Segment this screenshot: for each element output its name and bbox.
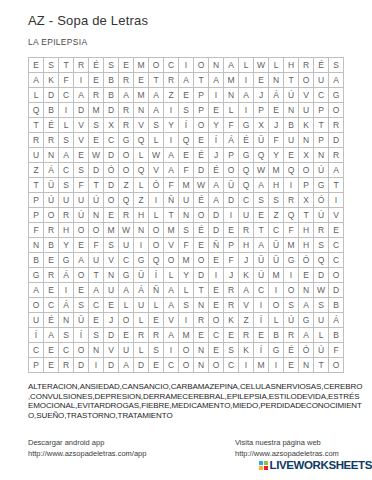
grid-cell[interactable]: O (74, 223, 89, 238)
grid-cell[interactable]: O (119, 163, 134, 178)
grid-cell[interactable]: O (269, 298, 284, 313)
grid-cell[interactable]: Q (284, 163, 299, 178)
grid-cell[interactable]: L (269, 58, 284, 73)
grid-cell[interactable]: S (89, 118, 104, 133)
grid-cell[interactable]: W (119, 223, 134, 238)
grid-cell[interactable]: F (284, 223, 299, 238)
grid-cell[interactable]: U (89, 253, 104, 268)
grid-cell[interactable]: E (44, 283, 59, 298)
grid-cell[interactable]: K (239, 343, 254, 358)
grid-cell[interactable]: O (194, 208, 209, 223)
grid-cell[interactable]: L (164, 268, 179, 283)
grid-cell[interactable]: O (149, 238, 164, 253)
grid-cell[interactable]: R (119, 208, 134, 223)
grid-cell[interactable]: F (224, 253, 239, 268)
grid-cell[interactable]: T (194, 73, 209, 88)
grid-cell[interactable]: H (299, 238, 314, 253)
grid-cell[interactable]: R (44, 223, 59, 238)
grid-cell[interactable]: T (164, 208, 179, 223)
grid-cell[interactable]: S (314, 298, 329, 313)
grid-cell[interactable]: S (329, 58, 344, 73)
grid-cell[interactable]: S (179, 223, 194, 238)
grid-cell[interactable]: I (284, 178, 299, 193)
grid-cell[interactable]: B (104, 88, 119, 103)
grid-cell[interactable]: E (44, 253, 59, 268)
grid-cell[interactable]: J (104, 313, 119, 328)
grid-cell[interactable]: Z (134, 193, 149, 208)
grid-cell[interactable]: C (104, 133, 119, 148)
grid-cell[interactable]: Ü (254, 253, 269, 268)
grid-cell[interactable]: I (134, 238, 149, 253)
grid-cell[interactable]: P (254, 103, 269, 118)
liveworksheets-logo[interactable]: LIVEWORKSHEETS (259, 458, 372, 472)
grid-cell[interactable]: N (314, 148, 329, 163)
grid-cell[interactable]: R (284, 193, 299, 208)
grid-cell[interactable]: O (179, 343, 194, 358)
grid-cell[interactable]: A (209, 193, 224, 208)
grid-cell[interactable]: B (269, 328, 284, 343)
grid-cell[interactable]: O (74, 343, 89, 358)
grid-cell[interactable]: S (149, 343, 164, 358)
grid-cell[interactable]: M (89, 103, 104, 118)
grid-cell[interactable]: I (239, 103, 254, 118)
grid-cell[interactable]: D (104, 148, 119, 163)
grid-cell[interactable]: A (209, 73, 224, 88)
grid-cell[interactable]: M (224, 73, 239, 88)
grid-cell[interactable]: Á (224, 133, 239, 148)
grid-cell[interactable]: E (209, 253, 224, 268)
grid-cell[interactable]: L (224, 103, 239, 118)
grid-cell[interactable]: Q (239, 178, 254, 193)
grid-cell[interactable]: T (89, 178, 104, 193)
grid-cell[interactable]: Y (59, 238, 74, 253)
grid-cell[interactable]: D (209, 208, 224, 223)
grid-cell[interactable]: T (254, 223, 269, 238)
grid-cell[interactable]: C (224, 358, 239, 373)
grid-cell[interactable]: C (239, 193, 254, 208)
grid-cell[interactable]: R (59, 208, 74, 223)
grid-cell[interactable]: Ú (284, 88, 299, 103)
grid-cell[interactable]: F (224, 118, 239, 133)
grid-cell[interactable]: O (194, 253, 209, 268)
grid-cell[interactable]: U (59, 193, 74, 208)
grid-cell[interactable]: S (74, 298, 89, 313)
grid-cell[interactable]: M (284, 238, 299, 253)
grid-cell[interactable]: A (164, 328, 179, 343)
grid-cell[interactable]: E (224, 328, 239, 343)
grid-cell[interactable]: N (104, 268, 119, 283)
grid-cell[interactable]: V (299, 88, 314, 103)
grid-cell[interactable]: C (29, 343, 44, 358)
grid-cell[interactable]: J (254, 88, 269, 103)
grid-cell[interactable]: M (164, 223, 179, 238)
grid-cell[interactable]: V (104, 343, 119, 358)
grid-cell[interactable]: I (269, 283, 284, 298)
grid-cell[interactable]: H (239, 238, 254, 253)
grid-cell[interactable]: E (194, 133, 209, 148)
grid-cell[interactable]: S (44, 58, 59, 73)
grid-cell[interactable]: U (284, 133, 299, 148)
grid-cell[interactable]: R (224, 283, 239, 298)
grid-cell[interactable]: D (209, 223, 224, 238)
grid-cell[interactable]: B (29, 253, 44, 268)
grid-cell[interactable]: Ú (254, 268, 269, 283)
grid-cell[interactable]: G (269, 343, 284, 358)
grid-cell[interactable]: E (89, 73, 104, 88)
grid-cell[interactable]: Ü (44, 178, 59, 193)
grid-cell[interactable]: F (179, 163, 194, 178)
grid-cell[interactable]: Ñ (164, 193, 179, 208)
grid-cell[interactable]: O (329, 103, 344, 118)
grid-cell[interactable]: T (89, 268, 104, 283)
grid-cell[interactable]: E (149, 313, 164, 328)
grid-cell[interactable]: N (194, 358, 209, 373)
grid-cell[interactable]: T (29, 118, 44, 133)
grid-cell[interactable]: T (314, 118, 329, 133)
grid-cell[interactable]: X (254, 118, 269, 133)
grid-cell[interactable]: D (329, 283, 344, 298)
grid-cell[interactable]: L (149, 133, 164, 148)
grid-cell[interactable]: V (74, 118, 89, 133)
grid-cell[interactable]: C (314, 88, 329, 103)
grid-cell[interactable]: Z (239, 313, 254, 328)
grid-cell[interactable]: S (59, 328, 74, 343)
grid-cell[interactable]: A (119, 283, 134, 298)
grid-cell[interactable]: U (29, 148, 44, 163)
grid-cell[interactable]: N (29, 238, 44, 253)
grid-cell[interactable]: A (299, 298, 314, 313)
grid-cell[interactable]: R (29, 133, 44, 148)
grid-cell[interactable]: E (224, 223, 239, 238)
grid-cell[interactable]: Í (149, 268, 164, 283)
grid-cell[interactable]: Ó (314, 193, 329, 208)
grid-cell[interactable]: L (134, 313, 149, 328)
grid-cell[interactable]: E (209, 343, 224, 358)
grid-cell[interactable]: D (74, 358, 89, 373)
grid-cell[interactable]: D (194, 163, 209, 178)
grid-cell[interactable]: F (59, 73, 74, 88)
grid-cell[interactable]: A (119, 358, 134, 373)
grid-cell[interactable]: F (179, 238, 194, 253)
grid-cell[interactable]: Ü (224, 178, 239, 193)
grid-cell[interactable]: S (74, 163, 89, 178)
grid-cell[interactable]: O (299, 73, 314, 88)
grid-cell[interactable]: A (74, 88, 89, 103)
grid-cell[interactable]: N (134, 223, 149, 238)
grid-cell[interactable]: G (284, 253, 299, 268)
grid-cell[interactable]: M (134, 58, 149, 73)
grid-cell[interactable]: Q (179, 133, 194, 148)
grid-cell[interactable]: L (134, 178, 149, 193)
grid-cell[interactable]: G (314, 178, 329, 193)
grid-cell[interactable]: O (29, 298, 44, 313)
grid-cell[interactable]: I (164, 343, 179, 358)
grid-cell[interactable]: P (314, 103, 329, 118)
grid-cell[interactable]: O (44, 208, 59, 223)
grid-cell[interactable]: D (104, 178, 119, 193)
grid-cell[interactable]: Q (239, 163, 254, 178)
grid-cell[interactable]: E (179, 148, 194, 163)
grid-cell[interactable]: L (179, 283, 194, 298)
grid-cell[interactable]: A (164, 148, 179, 163)
grid-cell[interactable]: A (239, 88, 254, 103)
grid-cell[interactable]: E (254, 208, 269, 223)
grid-cell[interactable]: E (284, 148, 299, 163)
grid-cell[interactable]: E (179, 88, 194, 103)
grid-cell[interactable]: É (209, 163, 224, 178)
grid-cell[interactable]: T (59, 58, 74, 73)
grid-cell[interactable]: Ú (74, 208, 89, 223)
grid-cell[interactable]: V (149, 163, 164, 178)
grid-cell[interactable]: D (194, 268, 209, 283)
grid-cell[interactable]: R (299, 58, 314, 73)
grid-cell[interactable]: M (179, 253, 194, 268)
grid-cell[interactable]: T (194, 283, 209, 298)
grid-cell[interactable]: R (314, 223, 329, 238)
grid-cell[interactable]: A (89, 283, 104, 298)
grid-cell[interactable]: C (254, 283, 269, 298)
grid-cell[interactable]: O (104, 193, 119, 208)
grid-cell[interactable]: U (104, 283, 119, 298)
grid-cell[interactable]: L (29, 88, 44, 103)
grid-cell[interactable]: Á (269, 88, 284, 103)
grid-cell[interactable]: O (194, 58, 209, 73)
grid-cell[interactable]: Í (179, 118, 194, 133)
grid-cell[interactable]: M (179, 328, 194, 343)
grid-cell[interactable]: R (194, 313, 209, 328)
grid-cell[interactable]: Ó (104, 163, 119, 178)
grid-cell[interactable]: N (224, 88, 239, 103)
grid-cell[interactable]: E (29, 58, 44, 73)
grid-cell[interactable]: C (119, 253, 134, 268)
grid-cell[interactable]: I (239, 73, 254, 88)
grid-cell[interactable]: I (224, 208, 239, 223)
grid-cell[interactable]: N (44, 148, 59, 163)
grid-cell[interactable]: E (104, 208, 119, 223)
grid-cell[interactable]: A (44, 328, 59, 343)
grid-cell[interactable]: D (314, 268, 329, 283)
grid-cell[interactable]: Ü (254, 133, 269, 148)
grid-cell[interactable]: D (329, 133, 344, 148)
grid-cell[interactable]: E (254, 73, 269, 88)
grid-cell[interactable]: Í (209, 133, 224, 148)
grid-cell[interactable]: C (329, 238, 344, 253)
grid-cell[interactable]: O (299, 163, 314, 178)
grid-cell[interactable]: Ú (44, 193, 59, 208)
grid-cell[interactable]: G (134, 253, 149, 268)
grid-cell[interactable]: E (329, 223, 344, 238)
grid-cell[interactable]: R (284, 328, 299, 343)
grid-cell[interactable]: W (194, 178, 209, 193)
grid-cell[interactable]: E (209, 283, 224, 298)
app-url-link[interactable]: http://www.azsopadeletras.com/app (28, 448, 146, 459)
grid-cell[interactable]: Í (254, 313, 269, 328)
grid-cell[interactable]: K (239, 268, 254, 283)
grid-cell[interactable]: Í (29, 328, 44, 343)
grid-cell[interactable]: L (59, 118, 74, 133)
grid-cell[interactable]: R (119, 73, 134, 88)
grid-cell[interactable]: X (299, 193, 314, 208)
grid-cell[interactable]: E (299, 268, 314, 283)
grid-cell[interactable]: W (314, 283, 329, 298)
grid-cell[interactable]: O (119, 148, 134, 163)
grid-cell[interactable]: C (89, 298, 104, 313)
grid-cell[interactable]: R (134, 328, 149, 343)
grid-cell[interactable]: I (239, 358, 254, 373)
grid-cell[interactable]: I (164, 103, 179, 118)
grid-cell[interactable]: W (89, 148, 104, 163)
grid-cell[interactable]: P (314, 133, 329, 148)
grid-cell[interactable]: G (29, 268, 44, 283)
grid-cell[interactable]: O (194, 118, 209, 133)
grid-cell[interactable]: E (134, 73, 149, 88)
grid-cell[interactable]: N (269, 73, 284, 88)
grid-cell[interactable]: T (299, 208, 314, 223)
grid-cell[interactable]: D (89, 163, 104, 178)
grid-cell[interactable]: É (284, 343, 299, 358)
grid-cell[interactable]: U (119, 238, 134, 253)
grid-cell[interactable]: V (329, 208, 344, 223)
grid-cell[interactable]: K (299, 118, 314, 133)
grid-cell[interactable]: C (164, 358, 179, 373)
grid-cell[interactable]: S (104, 238, 119, 253)
grid-cell[interactable]: L (134, 343, 149, 358)
grid-cell[interactable]: E (194, 328, 209, 343)
grid-cell[interactable]: B (44, 103, 59, 118)
grid-cell[interactable]: Ó (299, 253, 314, 268)
grid-cell[interactable]: S (59, 133, 74, 148)
grid-cell[interactable]: S (179, 298, 194, 313)
grid-cell[interactable]: M (104, 223, 119, 238)
grid-cell[interactable]: A (254, 178, 269, 193)
grid-cell[interactable]: Ü (74, 313, 89, 328)
grid-cell[interactable]: F (74, 178, 89, 193)
grid-cell[interactable]: L (119, 298, 134, 313)
grid-cell[interactable]: G (239, 148, 254, 163)
grid-cell[interactable]: Y (179, 268, 194, 283)
grid-cell[interactable]: E (254, 328, 269, 343)
grid-cell[interactable]: É (89, 58, 104, 73)
grid-cell[interactable]: V (104, 253, 119, 268)
grid-cell[interactable]: E (209, 298, 224, 313)
grid-cell[interactable]: L (149, 298, 164, 313)
grid-cell[interactable]: R (164, 73, 179, 88)
grid-cell[interactable]: O (329, 268, 344, 283)
grid-cell[interactable]: A (164, 283, 179, 298)
grid-cell[interactable]: É (239, 133, 254, 148)
grid-cell[interactable]: I (89, 358, 104, 373)
grid-cell[interactable]: Á (329, 313, 344, 328)
grid-cell[interactable]: B (104, 73, 119, 88)
grid-cell[interactable]: Ñ (209, 238, 224, 253)
grid-cell[interactable]: C (59, 343, 74, 358)
grid-cell[interactable]: S (149, 118, 164, 133)
grid-cell[interactable]: R (59, 358, 74, 373)
grid-cell[interactable]: C (59, 88, 74, 103)
grid-cell[interactable]: R (44, 268, 59, 283)
grid-cell[interactable]: G (239, 118, 254, 133)
grid-cell[interactable]: M (254, 358, 269, 373)
grid-cell[interactable]: E (119, 58, 134, 73)
grid-cell[interactable]: J (209, 148, 224, 163)
grid-cell[interactable]: Z (29, 163, 44, 178)
grid-cell[interactable]: Í (74, 328, 89, 343)
grid-cell[interactable]: R (329, 118, 344, 133)
grid-cell[interactable]: S (254, 193, 269, 208)
grid-cell[interactable]: Ú (314, 208, 329, 223)
grid-cell[interactable]: A (59, 148, 74, 163)
grid-cell[interactable]: T (29, 178, 44, 193)
grid-cell[interactable]: E (149, 358, 164, 373)
grid-cell[interactable]: K (44, 73, 59, 88)
grid-cell[interactable]: I (209, 268, 224, 283)
grid-cell[interactable]: F (29, 223, 44, 238)
grid-cell[interactable]: H (284, 58, 299, 73)
grid-cell[interactable]: R (119, 118, 134, 133)
grid-cell[interactable]: Q (29, 103, 44, 118)
grid-cell[interactable]: É (194, 148, 209, 163)
grid-cell[interactable]: H (299, 223, 314, 238)
grid-cell[interactable]: C (329, 253, 344, 268)
grid-cell[interactable]: T (314, 358, 329, 373)
grid-cell[interactable]: O (224, 163, 239, 178)
grid-cell[interactable]: S (314, 238, 329, 253)
grid-cell[interactable]: Z (164, 88, 179, 103)
grid-cell[interactable]: Q (119, 193, 134, 208)
grid-cell[interactable]: A (179, 73, 194, 88)
grid-cell[interactable]: N (194, 298, 209, 313)
grid-cell[interactable]: O (149, 58, 164, 73)
grid-cell[interactable]: E (194, 238, 209, 253)
grid-cell[interactable]: P (194, 103, 209, 118)
grid-cell[interactable]: A (164, 298, 179, 313)
grid-cell[interactable]: I (209, 88, 224, 103)
grid-cell[interactable]: I (59, 283, 74, 298)
grid-cell[interactable]: C (164, 58, 179, 73)
grid-cell[interactable]: A (164, 163, 179, 178)
grid-cell[interactable]: Z (269, 208, 284, 223)
grid-cell[interactable]: P (224, 238, 239, 253)
grid-cell[interactable]: I (284, 268, 299, 283)
grid-cell[interactable]: V (134, 118, 149, 133)
grid-cell[interactable]: F (89, 238, 104, 253)
grid-cell[interactable]: Q (149, 253, 164, 268)
grid-cell[interactable]: R (149, 328, 164, 343)
grid-cell[interactable]: B (329, 298, 344, 313)
grid-cell[interactable]: N (89, 208, 104, 223)
grid-cell[interactable]: I (74, 73, 89, 88)
grid-cell[interactable]: O (329, 358, 344, 373)
grid-cell[interactable]: A (299, 328, 314, 343)
grid-cell[interactable]: U (239, 208, 254, 223)
grid-cell[interactable]: V (164, 238, 179, 253)
grid-cell[interactable]: U (134, 298, 149, 313)
grid-cell[interactable]: E (209, 103, 224, 118)
grid-cell[interactable]: O (74, 268, 89, 283)
grid-cell[interactable]: Á (44, 163, 59, 178)
grid-cell[interactable]: Ú (284, 313, 299, 328)
grid-cell[interactable]: F (269, 133, 284, 148)
grid-cell[interactable]: É (194, 223, 209, 238)
grid-cell[interactable]: I (269, 358, 284, 373)
grid-cell[interactable]: D (44, 88, 59, 103)
grid-cell[interactable]: K (224, 313, 239, 328)
grid-cell[interactable]: O (164, 253, 179, 268)
grid-cell[interactable]: N (209, 58, 224, 73)
grid-cell[interactable]: E (74, 238, 89, 253)
grid-cell[interactable]: M (179, 178, 194, 193)
grid-cell[interactable]: N (299, 358, 314, 373)
